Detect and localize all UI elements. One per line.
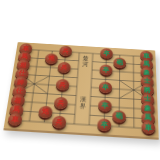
piece-green-soldier[interactable]: 卒 [99,64,112,75]
piece-glyph: 卒 [101,102,108,109]
piece-glyph: 馬 [145,114,152,121]
piece-glyph: 炮 [42,108,49,115]
piece-glyph: 象 [144,69,150,75]
piece-green-soldier[interactable]: 卒 [100,48,113,59]
piece-glyph: 帥 [17,79,24,85]
piece-glyph: 象 [145,105,152,112]
piece-glyph: 兵 [58,100,65,107]
river-char: 界 [80,102,87,109]
piece-green-soldier[interactable]: 卒 [98,99,112,112]
piece-glyph: 將 [145,87,152,93]
piece-glyph: 砲 [117,59,123,65]
river-label-han-jie: 漢 界 [80,95,87,109]
piece-glyph: 兵 [59,82,66,88]
piece-green-soldier[interactable]: 卒 [99,81,112,93]
piece-green-cannon[interactable]: 砲 [113,57,126,68]
piece-glyph: 炮 [48,55,55,61]
piece-glyph: 仕 [15,88,22,95]
piece-glyph: 相 [19,62,26,68]
piece-glyph: 砲 [116,113,123,120]
piece-glyph: 馬 [12,106,20,113]
piece-glyph: 兵 [61,64,68,70]
xiangqi-board[interactable]: 楚 河 漢 界 車馬相仕帥仕相馬車炮炮兵兵兵兵兵車馬象士將士象馬車砲砲卒卒卒卒卒 [4,42,159,138]
river-char: 河 [82,61,88,68]
piece-glyph: 兵 [56,119,63,126]
piece-glyph: 卒 [101,121,108,128]
piece-glyph: 車 [22,46,29,52]
piece-glyph: 卒 [102,84,109,90]
piece-green-cannon[interactable]: 砲 [112,110,126,123]
piece-glyph: 車 [11,116,19,123]
piece-glyph: 車 [144,53,150,59]
piece-glyph: 兵 [63,48,70,54]
piece-green-soldier[interactable]: 卒 [97,118,111,131]
photo-stage: 楚 河 漢 界 車馬相仕帥仕相馬車炮炮兵兵兵兵兵車馬象士將士象馬車砲砲卒卒卒卒卒 [0,0,160,160]
piece-glyph: 卒 [103,67,109,73]
piece-glyph: 卒 [103,51,109,57]
piece-glyph: 仕 [18,70,25,76]
piece-glyph: 車 [145,124,152,131]
piece-glyph: 相 [14,97,22,104]
river-label-chu-he: 楚 河 [82,55,89,68]
